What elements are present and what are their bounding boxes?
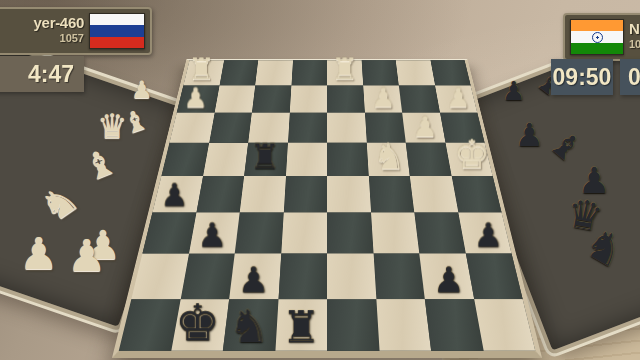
square-r3c1[interactable] bbox=[169, 113, 214, 143]
square-r1c2[interactable] bbox=[219, 60, 258, 85]
square-r5c6[interactable] bbox=[368, 176, 414, 213]
piece-bR[interactable]: ♜ bbox=[249, 140, 280, 175]
square-r2c5[interactable] bbox=[327, 85, 365, 112]
square-r4c8[interactable]: ♚ bbox=[445, 143, 492, 176]
square-r8c8[interactable] bbox=[474, 299, 535, 351]
square-r6c2[interactable]: ♟ bbox=[189, 213, 240, 254]
square-r7c7[interactable]: ♟ bbox=[419, 253, 473, 299]
piece-wP[interactable]: ♟ bbox=[413, 113, 439, 141]
square-r1c8[interactable] bbox=[430, 60, 470, 85]
russia-flag-icon bbox=[89, 13, 145, 49]
square-r5c7[interactable] bbox=[410, 176, 458, 213]
piece-wR[interactable]: ♜ bbox=[331, 54, 358, 84]
square-r3c5[interactable] bbox=[327, 113, 366, 143]
square-r2c2[interactable] bbox=[214, 85, 255, 112]
square-r7c6[interactable] bbox=[373, 253, 425, 299]
piece-bN[interactable]: ♞ bbox=[229, 303, 270, 349]
square-r6c6[interactable] bbox=[371, 213, 420, 254]
square-r5c1[interactable]: ♟ bbox=[152, 176, 202, 213]
clock-right: 09:50 bbox=[551, 59, 613, 95]
square-r7c5[interactable] bbox=[327, 253, 376, 299]
square-r5c2[interactable] bbox=[196, 176, 244, 213]
square-r6c4[interactable] bbox=[281, 213, 327, 254]
clock-left: 4:47 bbox=[0, 56, 84, 92]
square-r3c6[interactable] bbox=[365, 113, 406, 143]
flag-stripe bbox=[90, 25, 144, 36]
piece-bP[interactable]: ♟ bbox=[160, 180, 188, 212]
square-r6c1[interactable] bbox=[142, 213, 196, 254]
flag-stripe bbox=[571, 20, 623, 31]
square-r4c4[interactable] bbox=[286, 143, 327, 176]
square-r4c6[interactable]: ♞ bbox=[366, 143, 409, 176]
square-r5c5[interactable] bbox=[327, 176, 371, 213]
india-flag-icon bbox=[570, 19, 624, 55]
square-r8c1[interactable] bbox=[119, 299, 180, 351]
square-r1c6[interactable] bbox=[361, 60, 398, 85]
piece-wR[interactable]: ♜ bbox=[188, 54, 215, 84]
piece-bK[interactable]: ♚ bbox=[175, 298, 220, 348]
square-r3c3[interactable] bbox=[248, 113, 289, 143]
player-name-left: yer-460 bbox=[34, 14, 84, 31]
square-r3c7[interactable]: ♟ bbox=[402, 113, 445, 143]
square-r2c4[interactable] bbox=[289, 85, 327, 112]
square-r1c1[interactable]: ♜ bbox=[183, 60, 223, 85]
square-r1c4[interactable] bbox=[291, 60, 327, 85]
square-r5c4[interactable] bbox=[283, 176, 327, 213]
square-r4c5[interactable] bbox=[327, 143, 368, 176]
square-r6c5[interactable] bbox=[327, 213, 373, 254]
flag-stripe bbox=[90, 14, 144, 25]
flag-stripe bbox=[90, 37, 144, 48]
square-r2c6[interactable]: ♟ bbox=[363, 85, 402, 112]
square-r1c3[interactable] bbox=[255, 60, 292, 85]
piece-wP[interactable]: ♟ bbox=[371, 84, 395, 111]
square-r3c2[interactable] bbox=[209, 113, 252, 143]
square-r1c5[interactable]: ♜ bbox=[327, 60, 363, 85]
square-r2c7[interactable] bbox=[399, 85, 440, 112]
flag-stripe bbox=[571, 43, 623, 54]
square-r6c3[interactable] bbox=[235, 213, 284, 254]
square-r7c3[interactable]: ♟ bbox=[229, 253, 281, 299]
square-r8c5[interactable] bbox=[327, 299, 379, 351]
square-r4c3[interactable]: ♜ bbox=[244, 143, 287, 176]
piece-bP[interactable]: ♟ bbox=[473, 218, 503, 251]
square-r3c8[interactable] bbox=[440, 113, 485, 143]
square-r7c8[interactable] bbox=[465, 253, 522, 299]
square-r4c1[interactable] bbox=[161, 143, 208, 176]
piece-bR[interactable]: ♜ bbox=[282, 305, 321, 349]
square-r4c2[interactable] bbox=[203, 143, 248, 176]
square-r2c3[interactable] bbox=[252, 85, 291, 112]
square-r8c6[interactable] bbox=[376, 299, 431, 351]
piece-wP[interactable]: ♟ bbox=[184, 84, 208, 111]
square-r8c4[interactable]: ♜ bbox=[275, 299, 327, 351]
square-r2c8[interactable]: ♟ bbox=[435, 85, 478, 112]
chess-board[interactable]: ♜♜♟♟♟♟♜♞♚♟♟♟♟♟♚♞♜ bbox=[112, 59, 542, 358]
square-r6c8[interactable]: ♟ bbox=[458, 213, 512, 254]
player-rating-right: 1057 bbox=[629, 38, 640, 50]
ashoka-chakra-icon bbox=[592, 32, 603, 43]
square-r7c1[interactable] bbox=[131, 253, 188, 299]
player-card-right: Nor 1057 bbox=[563, 13, 640, 61]
piece-bP[interactable]: ♟ bbox=[238, 262, 270, 297]
piece-bP[interactable]: ♟ bbox=[433, 262, 465, 297]
square-r1c7[interactable] bbox=[396, 60, 435, 85]
player-name-right: Nor bbox=[629, 20, 640, 37]
piece-wN[interactable]: ♞ bbox=[373, 138, 405, 174]
piece-wP[interactable]: ♟ bbox=[446, 84, 470, 111]
player-card-left: yer-460 1057 bbox=[0, 7, 152, 55]
clock-right-extra: 0 bbox=[620, 59, 640, 95]
square-r8c2[interactable]: ♚ bbox=[171, 299, 229, 351]
player-rating-left: 1057 bbox=[60, 32, 84, 44]
square-r2c1[interactable]: ♟ bbox=[177, 85, 220, 112]
piece-bP[interactable]: ♟ bbox=[197, 218, 227, 251]
square-r7c4[interactable] bbox=[278, 253, 327, 299]
square-r7c2[interactable] bbox=[180, 253, 234, 299]
square-r6c7[interactable] bbox=[414, 213, 465, 254]
square-r8c3[interactable]: ♞ bbox=[223, 299, 278, 351]
board-scene: ♜♜♟♟♟♟♜♞♚♟♟♟♟♟♚♞♜ bbox=[112, 0, 532, 358]
square-r4c7[interactable] bbox=[406, 143, 451, 176]
square-r5c8[interactable] bbox=[451, 176, 501, 213]
square-r3c4[interactable] bbox=[288, 113, 327, 143]
square-r5c3[interactable] bbox=[240, 176, 286, 213]
